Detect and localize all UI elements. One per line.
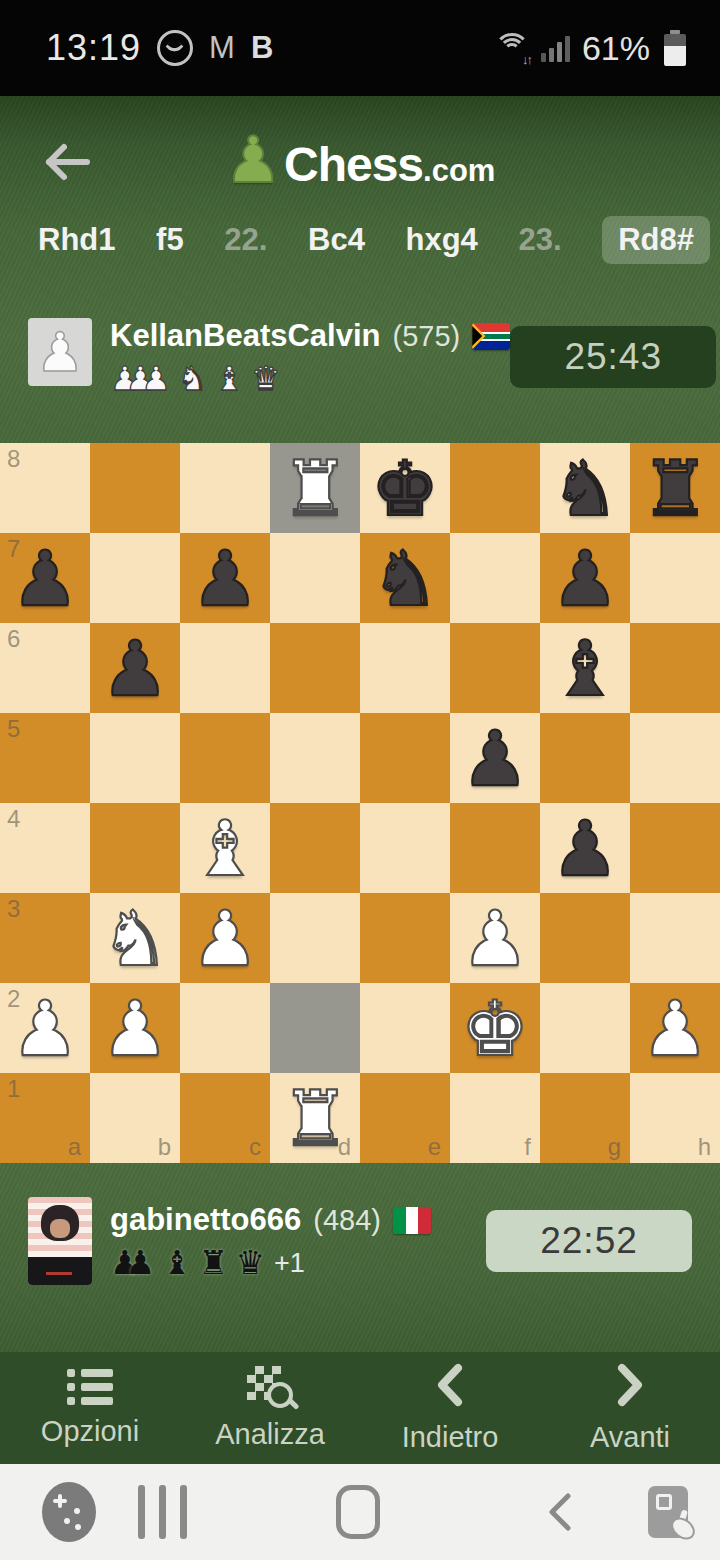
logo-text: Chess bbox=[284, 137, 423, 192]
file-label: c bbox=[249, 1133, 261, 1161]
file-label: a bbox=[68, 1133, 81, 1161]
next-move-button[interactable]: Avanti bbox=[540, 1352, 720, 1464]
black-pawn-c7[interactable]: ♟ bbox=[180, 533, 270, 623]
square-g2[interactable] bbox=[540, 983, 630, 1073]
square-e3[interactable] bbox=[360, 893, 450, 983]
square-a6[interactable]: 6 bbox=[0, 623, 90, 713]
square-h6[interactable] bbox=[630, 623, 720, 713]
game-launcher-icon[interactable] bbox=[42, 1464, 96, 1560]
square-a5[interactable]: 5 bbox=[0, 713, 90, 803]
square-b7[interactable] bbox=[90, 533, 180, 623]
analyze-label: Analizza bbox=[215, 1418, 325, 1451]
file-label: h bbox=[698, 1133, 711, 1161]
square-e6[interactable] bbox=[360, 623, 450, 713]
move-item[interactable]: f5 bbox=[156, 222, 184, 258]
square-g4[interactable]: ♟ bbox=[540, 803, 630, 893]
square-c5[interactable] bbox=[180, 713, 270, 803]
lower-panel: gabinetto666 (484) ♟♟♝♜♛+1 22:52 bbox=[0, 1163, 720, 1352]
square-a7[interactable]: 7♟ bbox=[0, 533, 90, 623]
bottom-player-avatar[interactable] bbox=[28, 1197, 92, 1285]
square-e2[interactable] bbox=[360, 983, 450, 1073]
forward-chevron-icon bbox=[612, 1363, 648, 1411]
next-label: Avanti bbox=[590, 1421, 670, 1454]
analyze-button[interactable]: Analizza bbox=[180, 1352, 360, 1464]
square-c1[interactable]: c bbox=[180, 1073, 270, 1163]
move-number: 23. bbox=[518, 222, 561, 258]
square-h2[interactable]: ♟ bbox=[630, 983, 720, 1073]
square-c8[interactable] bbox=[180, 443, 270, 533]
square-d8[interactable]: ♜ bbox=[270, 443, 360, 533]
signal-icon bbox=[541, 34, 570, 62]
white-pawn-h2[interactable]: ♟ bbox=[630, 983, 720, 1073]
captured-q-icon: ♛ bbox=[251, 362, 281, 396]
square-b8[interactable] bbox=[90, 443, 180, 533]
chess-board: 8♜♚♞♜7♟♟♞♟6♟♝5♟4♝♟3♞♟♟2♟♟♚♟1abcd♜efgh bbox=[0, 443, 720, 1163]
captured-r-icon: ♜ bbox=[199, 1246, 229, 1280]
rank-label: 4 bbox=[7, 805, 20, 833]
square-d3[interactable] bbox=[270, 893, 360, 983]
square-d2[interactable] bbox=[270, 983, 360, 1073]
square-b3[interactable]: ♞ bbox=[90, 893, 180, 983]
captured-b-icon: ♝ bbox=[162, 1246, 192, 1280]
captured-n-icon: ♞ bbox=[178, 362, 208, 396]
square-f4[interactable] bbox=[450, 803, 540, 893]
black-knight-g8[interactable]: ♞ bbox=[540, 443, 630, 533]
home-icon[interactable] bbox=[336, 1464, 380, 1560]
square-h1[interactable]: h bbox=[630, 1073, 720, 1163]
square-b4[interactable] bbox=[90, 803, 180, 893]
gmail-icon: M bbox=[209, 30, 235, 66]
options-button[interactable]: Opzioni bbox=[0, 1352, 180, 1464]
status-time: 13:19 bbox=[46, 27, 141, 69]
square-c4[interactable]: ♝ bbox=[180, 803, 270, 893]
square-h3[interactable] bbox=[630, 893, 720, 983]
square-a3[interactable]: 3 bbox=[0, 893, 90, 983]
square-e7[interactable]: ♞ bbox=[360, 533, 450, 623]
square-c2[interactable] bbox=[180, 983, 270, 1073]
options-label: Opzioni bbox=[41, 1415, 139, 1448]
square-e5[interactable] bbox=[360, 713, 450, 803]
options-list-icon bbox=[67, 1369, 113, 1405]
square-d1[interactable]: d♜ bbox=[270, 1073, 360, 1163]
white-pawn-f3[interactable]: ♟ bbox=[450, 893, 540, 983]
upper-panel: ♟ Chess .com Rhd1 f5 22. Bc4 hxg4 23. Rd… bbox=[0, 96, 720, 443]
bottom-player-clock: 22:52 bbox=[486, 1210, 692, 1272]
black-pawn-f5[interactable]: ♟ bbox=[450, 713, 540, 803]
white-pawn-a2[interactable]: ♟ bbox=[0, 983, 90, 1073]
white-rook-d8[interactable]: ♜ bbox=[270, 443, 360, 533]
top-player-rating: (575) bbox=[393, 320, 461, 353]
square-f3[interactable]: ♟ bbox=[450, 893, 540, 983]
back-chevron-icon bbox=[432, 1363, 468, 1411]
move-item-current[interactable]: Rd8# bbox=[602, 216, 710, 264]
square-g7[interactable]: ♟ bbox=[540, 533, 630, 623]
square-g5[interactable] bbox=[540, 713, 630, 803]
rank-label: 1 bbox=[7, 1075, 20, 1103]
move-number: 22. bbox=[224, 222, 267, 258]
captured-b-icon: ♝ bbox=[214, 362, 244, 396]
square-f8[interactable] bbox=[450, 443, 540, 533]
file-label: b bbox=[158, 1133, 171, 1161]
square-d5[interactable] bbox=[270, 713, 360, 803]
bottom-player-captured-pieces: ♟♟♝♜♛+1 bbox=[110, 1246, 486, 1280]
file-label: f bbox=[524, 1133, 531, 1161]
black-pawn-g4[interactable]: ♟ bbox=[540, 803, 630, 893]
square-a1[interactable]: 1a bbox=[0, 1073, 90, 1163]
square-h8[interactable]: ♜ bbox=[630, 443, 720, 533]
square-b5[interactable] bbox=[90, 713, 180, 803]
square-d6[interactable] bbox=[270, 623, 360, 713]
move-item[interactable]: hxg4 bbox=[406, 222, 478, 258]
rank-label: 6 bbox=[7, 625, 20, 653]
app-header: ♟ Chess .com bbox=[0, 114, 720, 214]
chesscom-app-screen: 13:19 M B ↓↑ 61% bbox=[0, 0, 720, 1560]
rank-label: 8 bbox=[7, 445, 20, 473]
black-king-e8[interactable]: ♚ bbox=[360, 443, 450, 533]
south-africa-flag-icon bbox=[472, 323, 510, 350]
move-item[interactable]: Rhd1 bbox=[38, 222, 116, 258]
rank-label: 3 bbox=[7, 895, 20, 923]
captured-p-icon: ♟ bbox=[141, 362, 171, 396]
square-h4[interactable] bbox=[630, 803, 720, 893]
android-navigation-bar bbox=[0, 1464, 720, 1560]
white-rook-d1[interactable]: ♜ bbox=[270, 1073, 360, 1163]
black-rook-h8[interactable]: ♜ bbox=[630, 443, 720, 533]
square-h5[interactable] bbox=[630, 713, 720, 803]
top-player-avatar[interactable]: ♟ bbox=[28, 318, 92, 386]
square-e8[interactable]: ♚ bbox=[360, 443, 450, 533]
captured-material-advantage: +1 bbox=[274, 1246, 305, 1280]
white-king-f2[interactable]: ♚ bbox=[450, 983, 540, 1073]
logo-suffix: .com bbox=[423, 153, 495, 189]
file-label: e bbox=[428, 1133, 441, 1161]
square-f5[interactable]: ♟ bbox=[450, 713, 540, 803]
battery-percent: 61% bbox=[582, 29, 650, 68]
square-f1[interactable]: f bbox=[450, 1073, 540, 1163]
square-g1[interactable]: g bbox=[540, 1073, 630, 1163]
square-f6[interactable] bbox=[450, 623, 540, 713]
square-c3[interactable]: ♟ bbox=[180, 893, 270, 983]
black-bishop-g6[interactable]: ♝ bbox=[540, 623, 630, 713]
white-pawn-b2[interactable]: ♟ bbox=[90, 983, 180, 1073]
white-pawn-c3[interactable]: ♟ bbox=[180, 893, 270, 983]
square-b1[interactable]: b bbox=[90, 1073, 180, 1163]
back-icon[interactable] bbox=[544, 1464, 574, 1560]
black-pawn-g7[interactable]: ♟ bbox=[540, 533, 630, 623]
move-item[interactable]: Bc4 bbox=[308, 222, 365, 258]
wifi-icon: ↓↑ bbox=[493, 33, 529, 63]
captured-q-icon: ♛ bbox=[235, 1246, 265, 1280]
square-g8[interactable]: ♞ bbox=[540, 443, 630, 533]
bottom-navigation: Opzioni Analizza Indietro Avanti bbox=[0, 1352, 720, 1464]
black-knight-e7[interactable]: ♞ bbox=[360, 533, 450, 623]
square-a4[interactable]: 4 bbox=[0, 803, 90, 893]
bottom-player-name[interactable]: gabinetto666 bbox=[110, 1202, 301, 1238]
move-list: Rhd1 f5 22. Bc4 hxg4 23. Rd8# bbox=[0, 214, 720, 266]
whatsapp-icon bbox=[157, 30, 193, 66]
square-f7[interactable] bbox=[450, 533, 540, 623]
captured-p-icon: ♟ bbox=[126, 1246, 156, 1280]
analyze-board-icon bbox=[247, 1366, 293, 1408]
b-app-icon: B bbox=[251, 30, 273, 66]
top-player-captured-pieces: ♟♟♟♞♝♛ bbox=[110, 362, 510, 396]
recent-apps-icon[interactable] bbox=[138, 1464, 187, 1560]
top-player-clock: 25:43 bbox=[510, 326, 716, 388]
square-c7[interactable]: ♟ bbox=[180, 533, 270, 623]
pawn-logo-icon: ♟ bbox=[225, 123, 282, 197]
square-g3[interactable] bbox=[540, 893, 630, 983]
file-label: g bbox=[608, 1133, 621, 1161]
square-e1[interactable]: e bbox=[360, 1073, 450, 1163]
square-b2[interactable]: ♟ bbox=[90, 983, 180, 1073]
white-knight-b3[interactable]: ♞ bbox=[90, 893, 180, 983]
square-e4[interactable] bbox=[360, 803, 450, 893]
top-player-name[interactable]: KellanBeatsCalvin bbox=[110, 318, 381, 354]
square-a2[interactable]: 2♟ bbox=[0, 983, 90, 1073]
touch-protect-icon[interactable] bbox=[648, 1464, 688, 1560]
battery-icon bbox=[664, 30, 686, 66]
top-player-card: ♟ KellanBeatsCalvin (575) ♟♟♟♞♝♛ 25:43 bbox=[28, 318, 692, 396]
previous-label: Indietro bbox=[402, 1421, 499, 1454]
chesscom-logo: ♟ Chess .com bbox=[0, 114, 720, 214]
previous-move-button[interactable]: Indietro bbox=[360, 1352, 540, 1464]
square-a8[interactable]: 8 bbox=[0, 443, 90, 533]
square-d7[interactable] bbox=[270, 533, 360, 623]
white-bishop-c4[interactable]: ♝ bbox=[180, 803, 270, 893]
square-c6[interactable] bbox=[180, 623, 270, 713]
status-bar: 13:19 M B ↓↑ 61% bbox=[0, 0, 720, 96]
black-pawn-b6[interactable]: ♟ bbox=[90, 623, 180, 713]
black-pawn-a7[interactable]: ♟ bbox=[0, 533, 90, 623]
square-h7[interactable] bbox=[630, 533, 720, 623]
bottom-player-card: gabinetto666 (484) ♟♟♝♜♛+1 22:52 bbox=[28, 1197, 692, 1285]
square-f2[interactable]: ♚ bbox=[450, 983, 540, 1073]
square-d4[interactable] bbox=[270, 803, 360, 893]
square-b6[interactable]: ♟ bbox=[90, 623, 180, 713]
italy-flag-icon bbox=[393, 1207, 431, 1234]
rank-label: 5 bbox=[7, 715, 20, 743]
bottom-player-rating: (484) bbox=[313, 1204, 381, 1237]
square-g6[interactable]: ♝ bbox=[540, 623, 630, 713]
